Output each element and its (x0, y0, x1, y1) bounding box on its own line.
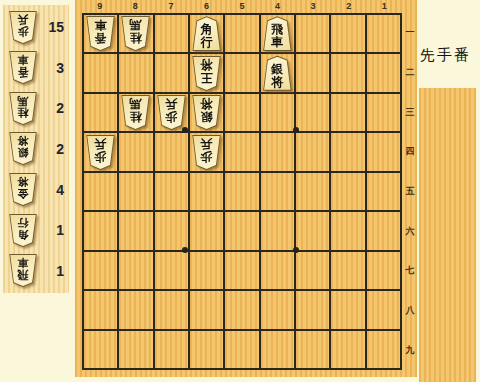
square-8-1[interactable]: 桂馬 (119, 15, 152, 52)
piece-body: 銀将 (192, 95, 221, 130)
square-3-2[interactable] (296, 54, 329, 91)
star-point (182, 127, 188, 133)
square-7-9[interactable] (155, 331, 188, 368)
piece-lance-gote[interactable]: 香車 (9, 51, 37, 84)
piece-body: 銀将 (9, 132, 37, 165)
square-1-5[interactable] (367, 173, 400, 210)
square-8-3[interactable]: 桂馬 (119, 94, 152, 131)
koma-kanji: 歩兵 (9, 11, 37, 44)
file-label-2: 2 (331, 0, 367, 13)
piece-body: 金将 (9, 173, 37, 206)
hand-item-pawn[interactable]: 歩兵15 (3, 8, 69, 46)
square-4-4[interactable] (261, 133, 294, 170)
square-6-5[interactable] (190, 173, 223, 210)
piece-rook-gote[interactable]: 飛車 (9, 254, 37, 287)
hand-count-rook: 1 (46, 263, 64, 279)
square-9-4[interactable]: 歩兵 (84, 133, 117, 170)
file-label-8: 8 (118, 0, 154, 13)
file-label-4: 4 (260, 0, 296, 13)
koma-kanji: 歩兵 (86, 135, 115, 170)
square-5-3[interactable] (225, 94, 258, 131)
square-3-6[interactable] (296, 212, 329, 249)
square-1-3[interactable] (367, 94, 400, 131)
square-2-5[interactable] (331, 173, 364, 210)
piece-body: 飛車 (9, 254, 37, 287)
hand-item-bishop[interactable]: 角行1 (3, 211, 69, 249)
koma-kanji: 銀将 (263, 56, 292, 91)
square-2-7[interactable] (331, 252, 364, 289)
hand-count-gold: 4 (46, 182, 64, 198)
file-label-1: 1 (366, 0, 402, 13)
square-8-5[interactable] (119, 173, 152, 210)
square-2-3[interactable] (331, 94, 364, 131)
piece-silver-sente[interactable]: 銀将 (263, 56, 292, 91)
square-7-3[interactable]: 歩兵 (155, 94, 188, 131)
square-7-8[interactable] (155, 291, 188, 328)
file-label-5: 5 (224, 0, 260, 13)
square-4-6[interactable] (261, 212, 294, 249)
piece-rook-sente[interactable]: 飛車 (263, 16, 292, 51)
piece-body: 香車 (9, 51, 37, 84)
square-4-3[interactable] (261, 94, 294, 131)
piece-pawn-gote[interactable]: 歩兵 (86, 135, 115, 170)
piece-bishop-gote[interactable]: 角行 (9, 214, 37, 247)
square-6-3[interactable]: 銀将 (190, 94, 223, 131)
koma-kanji: 桂馬 (121, 16, 150, 51)
hand-item-silver[interactable]: 銀将2 (3, 130, 69, 168)
square-9-1[interactable]: 香車 (84, 15, 117, 52)
square-8-6[interactable] (119, 212, 152, 249)
rank-label-4: 四 (403, 132, 417, 172)
square-3-9[interactable] (296, 331, 329, 368)
piece-body: 歩兵 (86, 135, 115, 170)
square-9-2[interactable] (84, 54, 117, 91)
koma-kanji: 歩兵 (157, 95, 186, 130)
koma-kanji: 桂馬 (9, 92, 37, 125)
star-point (293, 127, 299, 133)
piece-pawn-gote[interactable]: 歩兵 (192, 135, 221, 170)
hand-count-knight: 2 (46, 100, 64, 116)
file-label-7: 7 (153, 0, 189, 13)
square-8-8[interactable] (119, 291, 152, 328)
square-9-5[interactable] (84, 173, 117, 210)
rank-label-6: 六 (403, 211, 417, 251)
piece-king-gote[interactable]: 王将 (192, 56, 221, 91)
piece-body: 香車 (86, 16, 115, 51)
piece-body: 桂馬 (121, 95, 150, 130)
gote-hand-tray: 歩兵15香車3桂馬2銀将2金将4角行1飛車1 (3, 5, 69, 293)
square-2-1[interactable] (331, 15, 364, 52)
file-label-9: 9 (82, 0, 118, 13)
piece-body: 歩兵 (157, 95, 186, 130)
koma-kanji: 桂馬 (121, 95, 150, 130)
square-5-4[interactable] (225, 133, 258, 170)
square-6-8[interactable] (190, 291, 223, 328)
shogi-app: 歩兵15香車3桂馬2銀将2金将4角行1飛車1 987654321 香車桂馬角行飛… (0, 0, 480, 382)
piece-body: 王将 (192, 56, 221, 91)
shogi-board: 987654321 香車桂馬角行飛車王将銀将桂馬歩兵銀将歩兵歩兵 一二三四五六七… (75, 0, 417, 377)
square-4-7[interactable] (261, 252, 294, 289)
star-point (182, 247, 188, 253)
piece-gold-gote[interactable]: 金将 (9, 173, 37, 206)
square-9-3[interactable] (84, 94, 117, 131)
square-5-1[interactable] (225, 15, 258, 52)
koma-kanji: 銀将 (192, 95, 221, 130)
hand-count-bishop: 1 (46, 222, 64, 238)
piece-body: 桂馬 (9, 92, 37, 125)
square-5-6[interactable] (225, 212, 258, 249)
piece-knight-gote[interactable]: 桂馬 (9, 92, 37, 125)
rank-label-2: 二 (403, 53, 417, 93)
koma-kanji: 飛車 (263, 16, 292, 51)
koma-kanji: 金将 (9, 173, 37, 206)
square-3-7[interactable] (296, 252, 329, 289)
square-8-7[interactable] (119, 252, 152, 289)
square-4-8[interactable] (261, 291, 294, 328)
rank-label-3: 三 (403, 92, 417, 132)
piece-body: 歩兵 (192, 135, 221, 170)
piece-silver-gote[interactable]: 銀将 (9, 132, 37, 165)
piece-body: 角行 (9, 214, 37, 247)
square-4-9[interactable] (261, 331, 294, 368)
square-7-7[interactable] (155, 252, 188, 289)
koma-kanji: 銀将 (9, 132, 37, 165)
koma-kanji: 角行 (9, 214, 37, 247)
koma-kanji: 香車 (9, 51, 37, 84)
square-7-1[interactable] (155, 15, 188, 52)
square-1-2[interactable] (367, 54, 400, 91)
file-label-3: 3 (295, 0, 331, 13)
square-1-4[interactable] (367, 133, 400, 170)
square-3-1[interactable] (296, 15, 329, 52)
rank-label-9: 九 (403, 330, 417, 370)
koma-kanji: 香車 (86, 16, 115, 51)
piece-pawn-gote[interactable]: 歩兵 (157, 95, 186, 130)
square-9-9[interactable] (84, 331, 117, 368)
square-4-2[interactable]: 銀将 (261, 54, 294, 91)
rank-label-5: 五 (403, 172, 417, 212)
square-9-7[interactable] (84, 252, 117, 289)
hand-count-silver: 2 (46, 141, 64, 157)
hand-count-lance: 3 (46, 60, 64, 76)
hand-item-knight[interactable]: 桂馬2 (3, 89, 69, 127)
square-1-6[interactable] (367, 212, 400, 249)
square-6-2[interactable]: 王将 (190, 54, 223, 91)
square-7-4[interactable] (155, 133, 188, 170)
board-grid: 香車桂馬角行飛車王将銀将桂馬歩兵銀将歩兵歩兵 (82, 13, 402, 370)
square-9-8[interactable] (84, 291, 117, 328)
square-3-3[interactable] (296, 94, 329, 131)
square-9-6[interactable] (84, 212, 117, 249)
piece-silver-gote[interactable]: 銀将 (192, 95, 221, 130)
square-7-5[interactable] (155, 173, 188, 210)
square-3-4[interactable] (296, 133, 329, 170)
square-6-4[interactable]: 歩兵 (190, 133, 223, 170)
koma-kanji: 飛車 (9, 254, 37, 287)
piece-body: 角行 (192, 16, 221, 51)
piece-body: 歩兵 (9, 11, 37, 44)
square-6-7[interactable] (190, 252, 223, 289)
file-label-6: 6 (189, 0, 225, 13)
square-3-8[interactable] (296, 291, 329, 328)
piece-body: 飛車 (263, 16, 292, 51)
piece-knight-gote[interactable]: 桂馬 (121, 95, 150, 130)
square-2-9[interactable] (331, 331, 364, 368)
square-2-2[interactable] (331, 54, 364, 91)
hand-item-lance[interactable]: 香車3 (3, 49, 69, 87)
piece-bishop-sente[interactable]: 角行 (192, 16, 221, 51)
piece-body: 銀将 (263, 56, 292, 91)
square-6-6[interactable] (190, 212, 223, 249)
square-2-4[interactable] (331, 133, 364, 170)
star-point (293, 247, 299, 253)
piece-lance-gote[interactable]: 香車 (86, 16, 115, 51)
square-7-2[interactable] (155, 54, 188, 91)
rank-labels: 一二三四五六七八九 (403, 13, 417, 370)
square-5-9[interactable] (225, 331, 258, 368)
piece-body: 桂馬 (121, 16, 150, 51)
square-1-8[interactable] (367, 291, 400, 328)
square-5-5[interactable] (225, 173, 258, 210)
square-8-9[interactable] (119, 331, 152, 368)
square-7-6[interactable] (155, 212, 188, 249)
square-3-5[interactable] (296, 173, 329, 210)
square-1-1[interactable] (367, 15, 400, 52)
square-6-1[interactable]: 角行 (190, 15, 223, 52)
square-8-4[interactable] (119, 133, 152, 170)
square-6-9[interactable] (190, 331, 223, 368)
square-5-2[interactable] (225, 54, 258, 91)
hand-item-rook[interactable]: 飛車1 (3, 252, 69, 290)
square-5-7[interactable] (225, 252, 258, 289)
square-5-8[interactable] (225, 291, 258, 328)
file-labels: 987654321 (82, 0, 402, 13)
rank-label-7: 七 (403, 251, 417, 291)
hand-item-gold[interactable]: 金将4 (3, 171, 69, 209)
square-4-5[interactable] (261, 173, 294, 210)
square-4-1[interactable]: 飛車 (261, 15, 294, 52)
koma-kanji: 角行 (192, 16, 221, 51)
square-1-7[interactable] (367, 252, 400, 289)
rank-label-1: 一 (403, 13, 417, 53)
square-2-8[interactable] (331, 291, 364, 328)
koma-kanji: 王将 (192, 56, 221, 91)
sente-hand-tray (419, 88, 476, 382)
hand-count-pawn: 15 (46, 19, 64, 35)
turn-indicator: 先手番 (420, 46, 478, 65)
piece-knight-gote[interactable]: 桂馬 (121, 16, 150, 51)
square-1-9[interactable] (367, 331, 400, 368)
square-2-6[interactable] (331, 212, 364, 249)
square-8-2[interactable] (119, 54, 152, 91)
piece-pawn-gote[interactable]: 歩兵 (9, 11, 37, 44)
koma-kanji: 歩兵 (192, 135, 221, 170)
rank-label-8: 八 (403, 291, 417, 331)
